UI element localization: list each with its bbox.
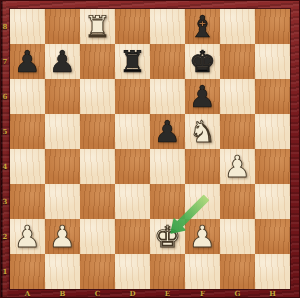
- square-f8[interactable]: ♝: [185, 9, 220, 44]
- square-d1[interactable]: [115, 254, 150, 289]
- square-b8[interactable]: [45, 9, 80, 44]
- square-d6[interactable]: [115, 79, 150, 114]
- square-h1[interactable]: [255, 254, 290, 289]
- file-label-c: C: [80, 289, 115, 298]
- white-pawn-f2[interactable]: ♟: [185, 219, 220, 254]
- black-pawn-f6[interactable]: ♟: [185, 79, 220, 114]
- square-e2[interactable]: ♚: [150, 219, 185, 254]
- square-f6[interactable]: ♟: [185, 79, 220, 114]
- square-c4[interactable]: [80, 149, 115, 184]
- square-h4[interactable]: [255, 149, 290, 184]
- square-b4[interactable]: [45, 149, 80, 184]
- square-g6[interactable]: [220, 79, 255, 114]
- white-pawn-g4[interactable]: ♟: [220, 149, 255, 184]
- rank-label-3: 3: [0, 184, 10, 219]
- square-a8[interactable]: [10, 9, 45, 44]
- square-b6[interactable]: [45, 79, 80, 114]
- square-f1[interactable]: [185, 254, 220, 289]
- square-f2[interactable]: ♟: [185, 219, 220, 254]
- square-g2[interactable]: [220, 219, 255, 254]
- rank-label-4: 4: [0, 149, 10, 184]
- rank-label-2: 2: [0, 219, 10, 254]
- black-pawn-e5[interactable]: ♟: [150, 114, 185, 149]
- file-label-f: F: [185, 289, 220, 298]
- square-f5[interactable]: ♞: [185, 114, 220, 149]
- white-king-e2[interactable]: ♚: [150, 219, 185, 254]
- white-pawn-b2[interactable]: ♟: [45, 219, 80, 254]
- square-b3[interactable]: [45, 184, 80, 219]
- file-label-d: D: [115, 289, 150, 298]
- square-d5[interactable]: [115, 114, 150, 149]
- black-pawn-b7[interactable]: ♟: [45, 44, 80, 79]
- rank-label-6: 6: [0, 79, 10, 114]
- square-f7[interactable]: ♚: [185, 44, 220, 79]
- square-g5[interactable]: [220, 114, 255, 149]
- white-pawn-a2[interactable]: ♟: [10, 219, 45, 254]
- square-a2[interactable]: ♟: [10, 219, 45, 254]
- rank-label-8: 8: [0, 9, 10, 44]
- square-a6[interactable]: [10, 79, 45, 114]
- square-c7[interactable]: [80, 44, 115, 79]
- square-d3[interactable]: [115, 184, 150, 219]
- square-a7[interactable]: ♟: [10, 44, 45, 79]
- square-a3[interactable]: [10, 184, 45, 219]
- file-label-g: G: [220, 289, 255, 298]
- square-e7[interactable]: [150, 44, 185, 79]
- square-d2[interactable]: [115, 219, 150, 254]
- square-h7[interactable]: [255, 44, 290, 79]
- square-c8[interactable]: ♜: [80, 9, 115, 44]
- black-bishop-f8[interactable]: ♝: [185, 9, 220, 44]
- white-knight-f5[interactable]: ♞: [185, 114, 220, 149]
- square-d4[interactable]: [115, 149, 150, 184]
- square-g3[interactable]: [220, 184, 255, 219]
- square-c3[interactable]: [80, 184, 115, 219]
- square-e3[interactable]: [150, 184, 185, 219]
- square-c2[interactable]: [80, 219, 115, 254]
- square-g7[interactable]: [220, 44, 255, 79]
- square-d8[interactable]: [115, 9, 150, 44]
- square-b2[interactable]: ♟: [45, 219, 80, 254]
- square-c5[interactable]: [80, 114, 115, 149]
- square-g8[interactable]: [220, 9, 255, 44]
- square-e8[interactable]: [150, 9, 185, 44]
- square-h2[interactable]: [255, 219, 290, 254]
- square-e4[interactable]: [150, 149, 185, 184]
- square-c1[interactable]: [80, 254, 115, 289]
- square-b7[interactable]: ♟: [45, 44, 80, 79]
- square-h5[interactable]: [255, 114, 290, 149]
- square-e5[interactable]: ♟: [150, 114, 185, 149]
- square-e1[interactable]: [150, 254, 185, 289]
- square-b5[interactable]: [45, 114, 80, 149]
- board: ♜♝♟♟♜♚♟♟♞♟♟♟♚♟: [10, 9, 290, 289]
- square-d7[interactable]: ♜: [115, 44, 150, 79]
- rank-label-5: 5: [0, 114, 10, 149]
- square-e6[interactable]: [150, 79, 185, 114]
- rank-label-7: 7: [0, 44, 10, 79]
- square-f4[interactable]: [185, 149, 220, 184]
- square-h6[interactable]: [255, 79, 290, 114]
- black-king-f7[interactable]: ♚: [185, 44, 220, 79]
- file-label-b: B: [45, 289, 80, 298]
- square-a1[interactable]: [10, 254, 45, 289]
- square-h3[interactable]: [255, 184, 290, 219]
- square-a4[interactable]: [10, 149, 45, 184]
- rank-label-1: 1: [0, 254, 10, 289]
- file-labels: ABCDEFGH: [10, 289, 290, 298]
- square-c6[interactable]: [80, 79, 115, 114]
- square-b1[interactable]: [45, 254, 80, 289]
- file-label-a: A: [10, 289, 45, 298]
- square-h8[interactable]: [255, 9, 290, 44]
- white-rook-c8[interactable]: ♜: [80, 9, 115, 44]
- black-pawn-a7[interactable]: ♟: [10, 44, 45, 79]
- square-g4[interactable]: ♟: [220, 149, 255, 184]
- rank-labels: 87654321: [0, 9, 10, 289]
- file-label-e: E: [150, 289, 185, 298]
- square-a5[interactable]: [10, 114, 45, 149]
- black-rook-d7[interactable]: ♜: [115, 44, 150, 79]
- square-f3[interactable]: [185, 184, 220, 219]
- chess-board-frame: 87654321 ABCDEFGH ♜♝♟♟♜♚♟♟♞♟♟♟♚♟: [0, 0, 300, 298]
- square-g1[interactable]: [220, 254, 255, 289]
- file-label-h: H: [255, 289, 290, 298]
